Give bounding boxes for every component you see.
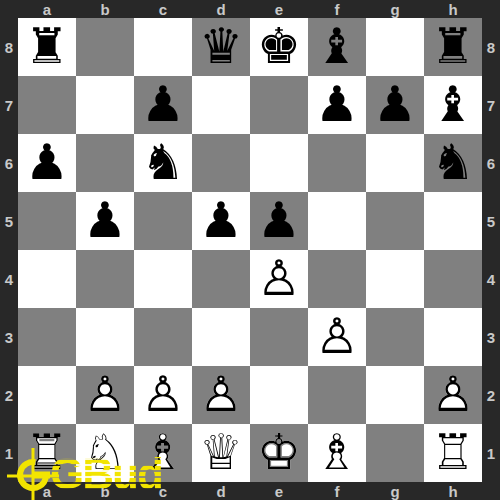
piece-black-pawn[interactable]: ♟ — [76, 192, 134, 250]
square-a6[interactable]: ♟ — [18, 134, 76, 192]
rank-label-1: 1 — [0, 424, 18, 482]
rank-label-2: 2 — [482, 366, 500, 424]
square-e5[interactable]: ♟ — [250, 192, 308, 250]
file-labels-top: abcdefgh — [18, 0, 482, 18]
square-a1[interactable]: ♜♖ — [18, 424, 76, 482]
rank-label-3: 3 — [0, 308, 18, 366]
square-e6[interactable] — [250, 134, 308, 192]
square-b4[interactable] — [76, 250, 134, 308]
square-a3[interactable] — [18, 308, 76, 366]
piece-white-pawn[interactable]: ♟♙ — [192, 366, 250, 424]
piece-white-bishop[interactable]: ♝♗ — [308, 424, 366, 482]
square-d7[interactable] — [192, 76, 250, 134]
square-f7[interactable]: ♟ — [308, 76, 366, 134]
file-label-d: d — [192, 0, 250, 18]
rank-label-5: 5 — [0, 192, 18, 250]
rank-label-7: 7 — [482, 76, 500, 134]
file-label-a: a — [18, 482, 76, 500]
file-label-e: e — [250, 482, 308, 500]
chess-board[interactable]: ♜♛♚♝♜♟♟♟♝♟♞♞♟♟♟♟♙♟♙♟♙♟♙♟♙♟♙♜♖♞♘♝♗♛♕♚♔♝♗♜… — [18, 18, 482, 482]
square-h6[interactable]: ♞ — [424, 134, 482, 192]
square-h1[interactable]: ♜♖ — [424, 424, 482, 482]
rank-label-8: 8 — [482, 18, 500, 76]
piece-white-rook[interactable]: ♜♖ — [18, 424, 76, 482]
square-g8[interactable] — [366, 18, 424, 76]
square-d5[interactable]: ♟ — [192, 192, 250, 250]
file-label-g: g — [366, 0, 424, 18]
file-labels-bottom: abcdefgh — [18, 482, 482, 500]
piece-white-pawn[interactable]: ♟♙ — [308, 308, 366, 366]
piece-black-pawn[interactable]: ♟ — [18, 134, 76, 192]
square-g4[interactable] — [366, 250, 424, 308]
file-label-h: h — [424, 0, 482, 18]
square-c2[interactable]: ♟♙ — [134, 366, 192, 424]
square-h3[interactable] — [424, 308, 482, 366]
square-e2[interactable] — [250, 366, 308, 424]
square-b3[interactable] — [76, 308, 134, 366]
square-b8[interactable] — [76, 18, 134, 76]
square-g2[interactable] — [366, 366, 424, 424]
piece-black-rook[interactable]: ♜ — [424, 18, 482, 76]
square-f8[interactable]: ♝ — [308, 18, 366, 76]
piece-black-bishop[interactable]: ♝ — [308, 18, 366, 76]
square-f4[interactable] — [308, 250, 366, 308]
square-g7[interactable]: ♟ — [366, 76, 424, 134]
piece-white-bishop[interactable]: ♝♗ — [134, 424, 192, 482]
piece-white-queen[interactable]: ♛♕ — [192, 424, 250, 482]
file-label-g: g — [366, 482, 424, 500]
square-g5[interactable] — [366, 192, 424, 250]
piece-white-pawn[interactable]: ♟♙ — [134, 366, 192, 424]
file-label-b: b — [76, 0, 134, 18]
file-label-c: c — [134, 482, 192, 500]
piece-white-pawn[interactable]: ♟♙ — [250, 250, 308, 308]
piece-white-rook[interactable]: ♜♖ — [424, 424, 482, 482]
piece-black-pawn[interactable]: ♟ — [308, 76, 366, 134]
square-d8[interactable]: ♛ — [192, 18, 250, 76]
square-f5[interactable] — [308, 192, 366, 250]
piece-white-knight[interactable]: ♞♘ — [76, 424, 134, 482]
piece-black-pawn[interactable]: ♟ — [366, 76, 424, 134]
square-h8[interactable]: ♜ — [424, 18, 482, 76]
rank-label-4: 4 — [482, 250, 500, 308]
piece-black-king[interactable]: ♚ — [250, 18, 308, 76]
square-c3[interactable] — [134, 308, 192, 366]
square-h7[interactable]: ♝ — [424, 76, 482, 134]
square-e7[interactable] — [250, 76, 308, 134]
rank-label-8: 8 — [0, 18, 18, 76]
square-c4[interactable] — [134, 250, 192, 308]
rank-label-6: 6 — [482, 134, 500, 192]
rank-label-5: 5 — [482, 192, 500, 250]
square-g1[interactable] — [366, 424, 424, 482]
square-b1[interactable]: ♞♘ — [76, 424, 134, 482]
piece-black-rook[interactable]: ♜ — [18, 18, 76, 76]
piece-black-pawn[interactable]: ♟ — [134, 76, 192, 134]
piece-black-queen[interactable]: ♛ — [192, 18, 250, 76]
rank-label-1: 1 — [482, 424, 500, 482]
square-d6[interactable] — [192, 134, 250, 192]
square-b2[interactable]: ♟♙ — [76, 366, 134, 424]
rank-label-2: 2 — [0, 366, 18, 424]
square-a2[interactable] — [18, 366, 76, 424]
rank-label-3: 3 — [482, 308, 500, 366]
square-f3[interactable]: ♟♙ — [308, 308, 366, 366]
piece-black-bishop[interactable]: ♝ — [424, 76, 482, 134]
square-f2[interactable] — [308, 366, 366, 424]
square-c8[interactable] — [134, 18, 192, 76]
file-label-a: a — [18, 0, 76, 18]
piece-black-pawn[interactable]: ♟ — [192, 192, 250, 250]
square-h4[interactable] — [424, 250, 482, 308]
square-a4[interactable] — [18, 250, 76, 308]
square-f1[interactable]: ♝♗ — [308, 424, 366, 482]
square-h5[interactable] — [424, 192, 482, 250]
chess-diagram: abcdefgh abcdefgh 87654321 87654321 ♜♛♚♝… — [0, 0, 500, 500]
square-a8[interactable]: ♜ — [18, 18, 76, 76]
piece-white-king[interactable]: ♚♔ — [250, 424, 308, 482]
file-label-f: f — [308, 482, 366, 500]
piece-black-pawn[interactable]: ♟ — [250, 192, 308, 250]
rank-labels-right: 87654321 — [482, 18, 500, 482]
square-f6[interactable] — [308, 134, 366, 192]
square-d3[interactable] — [192, 308, 250, 366]
rank-label-4: 4 — [0, 250, 18, 308]
square-g6[interactable] — [366, 134, 424, 192]
square-e1[interactable]: ♚♔ — [250, 424, 308, 482]
file-label-d: d — [192, 482, 250, 500]
square-a7[interactable] — [18, 76, 76, 134]
square-g3[interactable] — [366, 308, 424, 366]
square-a5[interactable] — [18, 192, 76, 250]
square-c7[interactable]: ♟ — [134, 76, 192, 134]
piece-black-knight[interactable]: ♞ — [424, 134, 482, 192]
square-c6[interactable]: ♞ — [134, 134, 192, 192]
piece-black-knight[interactable]: ♞ — [134, 134, 192, 192]
file-label-e: e — [250, 0, 308, 18]
piece-white-pawn[interactable]: ♟♙ — [424, 366, 482, 424]
square-h2[interactable]: ♟♙ — [424, 366, 482, 424]
file-label-c: c — [134, 0, 192, 18]
file-label-b: b — [76, 482, 134, 500]
square-d2[interactable]: ♟♙ — [192, 366, 250, 424]
square-b7[interactable] — [76, 76, 134, 134]
square-e3[interactable] — [250, 308, 308, 366]
square-d4[interactable] — [192, 250, 250, 308]
square-b6[interactable] — [76, 134, 134, 192]
piece-white-pawn[interactable]: ♟♙ — [76, 366, 134, 424]
square-d1[interactable]: ♛♕ — [192, 424, 250, 482]
rank-label-7: 7 — [0, 76, 18, 134]
square-c1[interactable]: ♝♗ — [134, 424, 192, 482]
square-e4[interactable]: ♟♙ — [250, 250, 308, 308]
square-b5[interactable]: ♟ — [76, 192, 134, 250]
file-label-h: h — [424, 482, 482, 500]
file-label-f: f — [308, 0, 366, 18]
rank-label-6: 6 — [0, 134, 18, 192]
square-c5[interactable] — [134, 192, 192, 250]
rank-labels-left: 87654321 — [0, 18, 18, 482]
square-e8[interactable]: ♚ — [250, 18, 308, 76]
